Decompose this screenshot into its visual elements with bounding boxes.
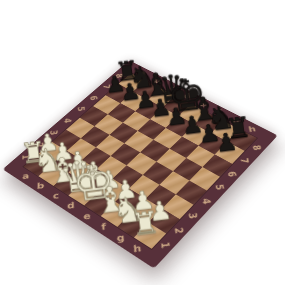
- white-rook: ♜: [117, 204, 173, 241]
- square-h7: ♟: [215, 141, 244, 163]
- coordinate-label-5: 5: [71, 102, 91, 114]
- black-pawn: ♟: [200, 127, 251, 157]
- board-scene: ♜♞♝♛♚♝♞♜♟♟♟♟♟♟♟♟♟♟♟♟♟♟♟♟♜♞♝♛♚♝♞♜ abcdefg…: [0, 0, 285, 285]
- chess-set-photo: ♜♞♝♛♚♝♞♜♟♟♟♟♟♟♟♟♟♟♟♟♟♟♟♟♜♞♝♛♚♝♞♜ abcdefg…: [0, 0, 285, 285]
- chessboard: ♜♞♝♛♚♝♞♜♟♟♟♟♟♟♟♟♟♟♟♟♟♟♟♟♜♞♝♛♚♝♞♜ abcdefg…: [2, 60, 277, 268]
- square-e5: [140, 139, 169, 161]
- board-grid: ♜♞♝♛♚♝♞♜♟♟♟♟♟♟♟♟♟♟♟♟♟♟♟♟♜♞♝♛♚♝♞♜: [23, 73, 256, 249]
- coordinate-label-4: 4: [57, 114, 77, 127]
